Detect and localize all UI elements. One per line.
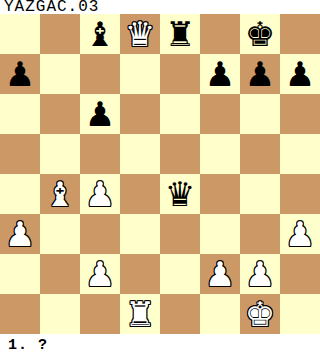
black-king-g8: ♚ [245, 14, 275, 54]
square-a7[interactable]: ♟ [0, 54, 40, 94]
white-pawn-h3: ♟ [285, 214, 315, 254]
square-c4[interactable]: ♟ [80, 174, 120, 214]
square-h1[interactable] [280, 294, 320, 334]
square-c1[interactable] [80, 294, 120, 334]
black-pawn-f7: ♟ [205, 54, 235, 94]
square-c2[interactable]: ♟ [80, 254, 120, 294]
square-e1[interactable] [160, 294, 200, 334]
square-a2[interactable] [0, 254, 40, 294]
square-h3[interactable]: ♟ [280, 214, 320, 254]
square-b2[interactable] [40, 254, 80, 294]
square-f3[interactable] [200, 214, 240, 254]
square-b3[interactable] [40, 214, 80, 254]
square-g7[interactable]: ♟ [240, 54, 280, 94]
square-h7[interactable]: ♟ [280, 54, 320, 94]
white-pawn-f2: ♟ [205, 254, 235, 294]
square-c3[interactable] [80, 214, 120, 254]
square-a4[interactable] [0, 174, 40, 214]
black-pawn-g7: ♟ [245, 54, 275, 94]
square-e2[interactable] [160, 254, 200, 294]
square-h2[interactable] [280, 254, 320, 294]
black-queen-e4: ♛ [165, 174, 195, 214]
square-d5[interactable] [120, 134, 160, 174]
square-e5[interactable] [160, 134, 200, 174]
square-b6[interactable] [40, 94, 80, 134]
square-g5[interactable] [240, 134, 280, 174]
square-a3[interactable]: ♟ [0, 214, 40, 254]
square-d1[interactable]: ♜ [120, 294, 160, 334]
square-a6[interactable] [0, 94, 40, 134]
square-c8[interactable]: ♝ [80, 14, 120, 54]
white-pawn-g2: ♟ [245, 254, 275, 294]
square-b5[interactable] [40, 134, 80, 174]
white-pawn-c2: ♟ [85, 254, 115, 294]
square-h6[interactable] [280, 94, 320, 134]
square-f4[interactable] [200, 174, 240, 214]
square-d4[interactable] [120, 174, 160, 214]
square-h8[interactable] [280, 14, 320, 54]
white-pawn-c4: ♟ [85, 174, 115, 214]
white-bishop-b4: ♝ [45, 174, 75, 214]
square-b1[interactable] [40, 294, 80, 334]
square-f8[interactable] [200, 14, 240, 54]
black-pawn-c6: ♟ [85, 94, 115, 134]
black-pawn-a7: ♟ [5, 54, 35, 94]
square-d2[interactable] [120, 254, 160, 294]
square-c5[interactable] [80, 134, 120, 174]
square-e7[interactable] [160, 54, 200, 94]
square-d7[interactable] [120, 54, 160, 94]
square-h4[interactable] [280, 174, 320, 214]
chess-board: ♝♛♜♚♟♟♟♟♟♝♟♛♟♟♟♟♟♜♚ [0, 14, 320, 334]
square-e4[interactable]: ♛ [160, 174, 200, 214]
white-pawn-a3: ♟ [5, 214, 35, 254]
square-g8[interactable]: ♚ [240, 14, 280, 54]
square-d8[interactable]: ♛ [120, 14, 160, 54]
square-e8[interactable]: ♜ [160, 14, 200, 54]
square-a5[interactable] [0, 134, 40, 174]
puzzle-title: YAZGAC.03 [4, 0, 99, 14]
square-a8[interactable] [0, 14, 40, 54]
white-king-g1: ♚ [245, 294, 275, 334]
white-rook-d1: ♜ [125, 294, 155, 334]
square-a1[interactable] [0, 294, 40, 334]
square-f5[interactable] [200, 134, 240, 174]
square-d3[interactable] [120, 214, 160, 254]
square-f2[interactable]: ♟ [200, 254, 240, 294]
white-queen-d8: ♛ [125, 14, 155, 54]
square-h5[interactable] [280, 134, 320, 174]
square-b4[interactable]: ♝ [40, 174, 80, 214]
black-rook-e8: ♜ [165, 14, 195, 54]
square-b8[interactable] [40, 14, 80, 54]
square-f1[interactable] [200, 294, 240, 334]
black-pawn-h7: ♟ [285, 54, 315, 94]
square-e6[interactable] [160, 94, 200, 134]
square-g1[interactable]: ♚ [240, 294, 280, 334]
square-g2[interactable]: ♟ [240, 254, 280, 294]
square-c7[interactable] [80, 54, 120, 94]
square-f7[interactable]: ♟ [200, 54, 240, 94]
square-d6[interactable] [120, 94, 160, 134]
square-g4[interactable] [240, 174, 280, 214]
square-c6[interactable]: ♟ [80, 94, 120, 134]
move-prompt: 1. ? [8, 337, 48, 354]
square-g3[interactable] [240, 214, 280, 254]
square-f6[interactable] [200, 94, 240, 134]
square-g6[interactable] [240, 94, 280, 134]
black-bishop-c8: ♝ [85, 14, 115, 54]
square-b7[interactable] [40, 54, 80, 94]
square-e3[interactable] [160, 214, 200, 254]
